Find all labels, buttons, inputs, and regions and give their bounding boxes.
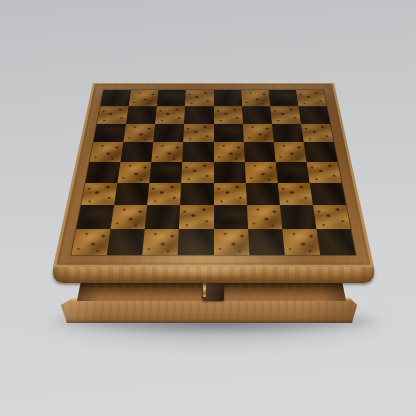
square-a2 xyxy=(76,205,114,229)
square-d4 xyxy=(181,162,213,183)
square-d3 xyxy=(180,183,213,205)
square-b6 xyxy=(123,124,155,142)
square-c3 xyxy=(147,183,181,205)
square-g4 xyxy=(275,162,309,183)
square-c5 xyxy=(152,142,184,162)
square-h1 xyxy=(316,229,355,255)
lid-front-edge xyxy=(53,265,374,283)
square-e3 xyxy=(214,183,247,205)
square-e6 xyxy=(214,124,244,142)
square-d7 xyxy=(184,106,213,123)
square-b1 xyxy=(107,229,145,255)
square-a5 xyxy=(90,142,124,162)
square-b8 xyxy=(129,90,159,106)
square-h3 xyxy=(310,183,346,205)
square-a6 xyxy=(93,124,126,142)
square-h5 xyxy=(304,142,338,162)
square-h7 xyxy=(298,106,330,123)
lid-perspective-wrap xyxy=(53,84,374,267)
box-base xyxy=(61,298,357,323)
square-f2 xyxy=(247,205,282,229)
chess-box xyxy=(0,0,416,416)
square-d5 xyxy=(183,142,214,162)
square-d8 xyxy=(185,90,213,106)
square-g2 xyxy=(280,205,317,229)
square-g6 xyxy=(272,124,304,142)
square-f1 xyxy=(248,229,285,255)
square-g7 xyxy=(270,106,301,123)
square-g5 xyxy=(274,142,307,162)
square-e2 xyxy=(214,205,248,229)
square-f5 xyxy=(244,142,276,162)
square-e4 xyxy=(214,162,246,183)
square-h2 xyxy=(313,205,351,229)
square-g1 xyxy=(282,229,320,255)
square-f3 xyxy=(246,183,280,205)
square-a3 xyxy=(81,183,117,205)
square-b4 xyxy=(117,162,151,183)
square-d1 xyxy=(178,229,214,255)
chess-board xyxy=(71,90,355,255)
square-h8 xyxy=(296,90,327,106)
photo-backdrop xyxy=(0,0,416,416)
square-f4 xyxy=(244,162,277,183)
square-b5 xyxy=(121,142,154,162)
square-f8 xyxy=(241,90,270,106)
square-c2 xyxy=(145,205,180,229)
square-c8 xyxy=(157,90,186,106)
square-e1 xyxy=(214,229,250,255)
square-e8 xyxy=(214,90,242,106)
square-b3 xyxy=(114,183,149,205)
square-g8 xyxy=(268,90,298,106)
square-f7 xyxy=(242,106,272,123)
square-b2 xyxy=(111,205,148,229)
square-b7 xyxy=(126,106,157,123)
square-a8 xyxy=(100,90,131,106)
square-c7 xyxy=(155,106,185,123)
square-a4 xyxy=(85,162,120,183)
square-a1 xyxy=(71,229,110,255)
square-c4 xyxy=(149,162,182,183)
square-a7 xyxy=(97,106,129,123)
square-c1 xyxy=(142,229,179,255)
square-h4 xyxy=(306,162,341,183)
square-f6 xyxy=(243,124,274,142)
board-lid xyxy=(53,83,374,267)
square-e5 xyxy=(214,142,245,162)
square-g3 xyxy=(278,183,313,205)
square-h6 xyxy=(301,124,334,142)
square-d6 xyxy=(183,124,213,142)
square-d2 xyxy=(179,205,213,229)
square-e7 xyxy=(214,106,243,123)
square-c6 xyxy=(153,124,184,142)
